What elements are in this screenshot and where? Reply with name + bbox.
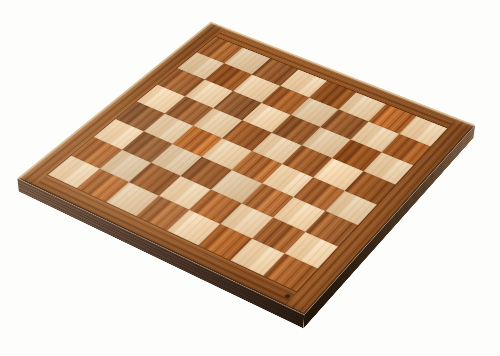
dark-square bbox=[263, 253, 318, 291]
light-square bbox=[285, 232, 339, 269]
light-square bbox=[220, 203, 273, 238]
dark-square bbox=[181, 157, 232, 190]
light-square bbox=[167, 210, 220, 246]
light-square bbox=[325, 191, 377, 225]
light-square bbox=[230, 239, 284, 276]
dark-square bbox=[242, 183, 294, 217]
light-square bbox=[273, 197, 325, 232]
light-square bbox=[211, 170, 262, 203]
light-square bbox=[364, 152, 414, 184]
board-top-face bbox=[17, 22, 475, 315]
board-frame-bottom bbox=[17, 167, 316, 315]
chess-board bbox=[17, 22, 475, 315]
dark-square bbox=[136, 196, 189, 231]
dark-square bbox=[77, 169, 129, 202]
product-photo-canvas bbox=[0, 0, 500, 356]
dark-square bbox=[294, 177, 345, 211]
light-square bbox=[159, 176, 211, 210]
frame-pin-dot bbox=[284, 293, 292, 298]
dark-square bbox=[189, 190, 241, 224]
board-grid bbox=[48, 37, 447, 292]
dark-square bbox=[305, 211, 358, 247]
dark-square bbox=[198, 224, 252, 260]
dark-square bbox=[252, 217, 305, 253]
dark-square bbox=[129, 163, 181, 196]
dark-square bbox=[232, 151, 283, 183]
light-square bbox=[106, 182, 159, 216]
light-square bbox=[48, 156, 100, 189]
light-square bbox=[262, 164, 313, 197]
light-square bbox=[100, 150, 151, 182]
light-square bbox=[313, 158, 363, 191]
dark-square bbox=[345, 171, 396, 204]
